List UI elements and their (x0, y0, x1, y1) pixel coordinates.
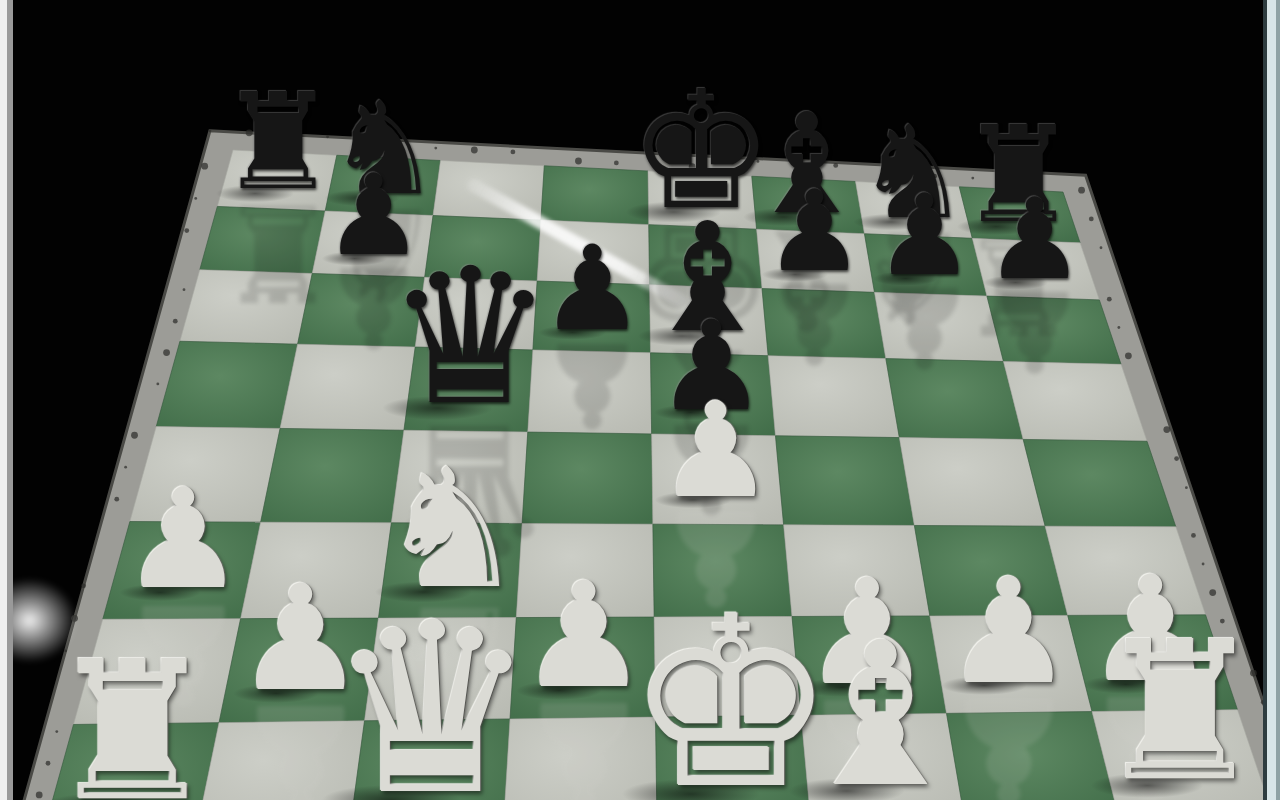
window-frame-left-inner (7, 0, 13, 800)
window-frame-right-edge (1276, 0, 1280, 800)
pawn-glyph: ♟ (764, 176, 864, 288)
pawn-glyph: ♟ (657, 385, 774, 516)
chess-app-window: ♜♜♞♞♚♚♝♝♞♞♜♜♟♟♟♟♟♟♟♟♟♟♝♝♛♛♟♟♟♟♟♟♞♞♟♟♟♟♟♟… (0, 0, 1280, 800)
queen-glyph: ♛ (386, 243, 555, 431)
bishop-glyph: ♝ (791, 616, 969, 800)
pawn-glyph: ♟ (122, 471, 246, 609)
pieces-layer: ♜♜♞♞♚♚♝♝♞♞♜♜♟♟♟♟♟♟♟♟♟♟♝♝♛♛♟♟♟♟♟♟♞♞♟♟♟♟♟♟… (0, 0, 1280, 800)
pawn-glyph: ♟ (984, 184, 1084, 296)
window-frame-left-outer (0, 0, 7, 800)
rook-glyph: ♜ (47, 636, 219, 800)
rook-glyph: ♜ (1094, 616, 1266, 800)
pawn-glyph: ♟ (874, 180, 974, 292)
queen-glyph: ♛ (326, 592, 538, 800)
window-frame-right-light[interactable] (1267, 0, 1276, 800)
rook-glyph: ♜ (218, 76, 337, 209)
